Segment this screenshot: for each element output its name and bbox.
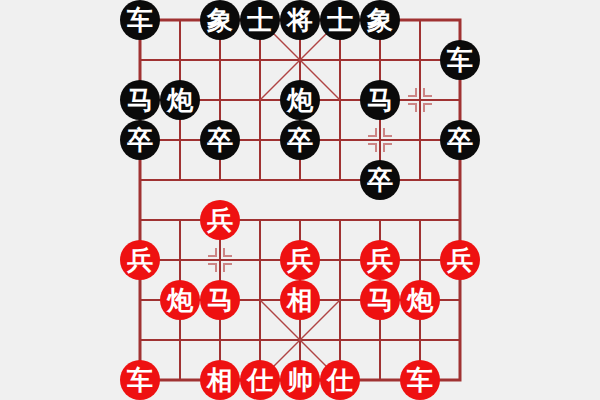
piece-red-elephant[interactable]: 相 xyxy=(200,360,240,400)
piece-black-chariot[interactable]: 车 xyxy=(120,0,160,40)
piece-red-chariot[interactable]: 车 xyxy=(120,360,160,400)
piece-black-cannon[interactable]: 炮 xyxy=(160,80,200,120)
piece-black-soldier[interactable]: 卒 xyxy=(360,160,400,200)
piece-red-chariot[interactable]: 车 xyxy=(400,360,440,400)
xiangqi-board: 车象士将士象车马炮炮马卒卒卒卒卒兵兵兵兵兵炮马相马炮车相仕帅仕车 xyxy=(120,0,480,400)
xiangqi-screen: 车象士将士象车马炮炮马卒卒卒卒卒兵兵兵兵兵炮马相马炮车相仕帅仕车 xyxy=(0,0,600,400)
piece-red-cannon[interactable]: 炮 xyxy=(160,280,200,320)
piece-black-elephant[interactable]: 象 xyxy=(200,0,240,40)
piece-black-horse[interactable]: 马 xyxy=(360,80,400,120)
piece-black-soldier[interactable]: 卒 xyxy=(280,120,320,160)
piece-red-advisor[interactable]: 仕 xyxy=(320,360,360,400)
piece-black-cannon[interactable]: 炮 xyxy=(280,80,320,120)
piece-red-horse[interactable]: 马 xyxy=(200,280,240,320)
piece-black-soldier[interactable]: 卒 xyxy=(120,120,160,160)
piece-red-soldier[interactable]: 兵 xyxy=(360,240,400,280)
piece-black-horse[interactable]: 马 xyxy=(120,80,160,120)
piece-red-soldier[interactable]: 兵 xyxy=(280,240,320,280)
piece-red-soldier[interactable]: 兵 xyxy=(200,200,240,240)
piece-black-advisor[interactable]: 士 xyxy=(320,0,360,40)
piece-red-soldier[interactable]: 兵 xyxy=(120,240,160,280)
piece-black-chariot[interactable]: 车 xyxy=(440,40,480,80)
piece-black-elephant[interactable]: 象 xyxy=(360,0,400,40)
piece-red-general[interactable]: 帅 xyxy=(280,360,320,400)
piece-red-soldier[interactable]: 兵 xyxy=(440,240,480,280)
piece-red-elephant[interactable]: 相 xyxy=(280,280,320,320)
piece-black-soldier[interactable]: 卒 xyxy=(440,120,480,160)
piece-red-advisor[interactable]: 仕 xyxy=(240,360,280,400)
piece-black-general[interactable]: 将 xyxy=(280,0,320,40)
piece-black-soldier[interactable]: 卒 xyxy=(200,120,240,160)
piece-red-cannon[interactable]: 炮 xyxy=(400,280,440,320)
piece-black-advisor[interactable]: 士 xyxy=(240,0,280,40)
piece-red-horse[interactable]: 马 xyxy=(360,280,400,320)
